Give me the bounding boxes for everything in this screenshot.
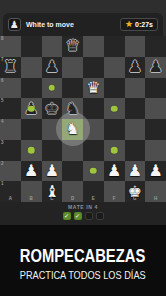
square-a5[interactable]: 5 (0, 98, 21, 119)
square-b5[interactable]: ♟ (21, 98, 42, 119)
square-f1[interactable]: F (104, 181, 125, 202)
square-g3[interactable] (125, 140, 146, 161)
white-pawn-icon: ♟ (10, 20, 19, 30)
black-knight-piece[interactable]: ♞ (62, 98, 83, 119)
square-d6[interactable] (62, 78, 83, 99)
square-e1[interactable]: E (83, 181, 104, 202)
square-f7[interactable] (104, 57, 125, 78)
square-a3[interactable]: 3 (0, 140, 21, 161)
ad-banner: ROMPECABEZAS PRACTICA TODOS LOS DÍAS (0, 225, 166, 296)
square-a7[interactable]: 7♜ (0, 57, 21, 78)
square-c1[interactable]: C♝ (42, 181, 63, 202)
square-g8[interactable] (125, 36, 146, 57)
puzzle-progress: ✓✓ (63, 212, 104, 220)
black-queen-piece[interactable]: ♛ (62, 36, 83, 57)
black-king-piece[interactable]: ♚ (42, 98, 63, 119)
square-f3[interactable] (104, 140, 125, 161)
chess-board[interactable]: 8♛7♜♟♟♟6♛5♟♚♞4♞32♟♟♟♟♟1ABC♝DEFG♚H (0, 36, 166, 202)
white-pawn-piece[interactable]: ♟ (104, 161, 125, 182)
square-a8[interactable]: 8 (0, 36, 21, 57)
mate-section: MATE IN 4 ✓✓ (0, 202, 166, 225)
turn-badge: ♟ (8, 18, 21, 31)
square-b1[interactable]: B (21, 181, 42, 202)
square-c7[interactable]: ♟ (42, 57, 63, 78)
star-icon: ★ (125, 20, 133, 29)
square-e8[interactable] (83, 36, 104, 57)
square-h2[interactable]: ♟ (145, 161, 166, 182)
square-g6[interactable] (125, 78, 146, 99)
square-b8[interactable] (21, 36, 42, 57)
file-label-h: H (154, 197, 157, 202)
square-d1[interactable]: D (62, 181, 83, 202)
square-e5[interactable] (83, 98, 104, 119)
square-f2[interactable]: ♟ (104, 161, 125, 182)
legal-move-dot-b3[interactable] (28, 147, 35, 154)
square-c5[interactable]: ♚ (42, 98, 63, 119)
square-c8[interactable] (42, 36, 63, 57)
white-pawn-piece[interactable]: ♟ (42, 161, 63, 182)
square-f6[interactable] (104, 78, 125, 99)
file-label-d: D (71, 197, 74, 202)
square-e7[interactable] (83, 57, 104, 78)
white-knight-piece[interactable]: ♞ (62, 119, 83, 140)
progress-check-empty (85, 212, 93, 220)
rank-label-8: 8 (1, 37, 4, 42)
square-h4[interactable] (145, 119, 166, 140)
square-c6[interactable] (42, 78, 63, 99)
puzzle-app-screen: ♟ White to move ★ 0:27s 8♛7♜♟♟♟6♛5♟♚♞4♞3… (0, 0, 166, 296)
legal-move-dot-f5[interactable] (111, 105, 118, 112)
square-b3[interactable] (21, 140, 42, 161)
square-h7[interactable]: ♟ (145, 57, 166, 78)
rank-label-1: 1 (1, 182, 4, 187)
white-pawn-piece[interactable]: ♟ (21, 161, 42, 182)
file-label-c: C (50, 197, 53, 202)
white-pawn-piece[interactable]: ♟ (125, 161, 146, 182)
square-b4[interactable] (21, 119, 42, 140)
square-g4[interactable] (125, 119, 146, 140)
square-g2[interactable]: ♟ (125, 161, 146, 182)
square-b7[interactable] (21, 57, 42, 78)
square-g7[interactable]: ♟ (125, 57, 146, 78)
legal-move-dot-c6[interactable] (49, 85, 56, 92)
square-c3[interactable] (42, 140, 63, 161)
square-e3[interactable] (83, 140, 104, 161)
timer-value: 0:27s (135, 21, 153, 28)
legal-move-dot-b5[interactable] (28, 105, 35, 112)
rank-label-2: 2 (1, 162, 4, 167)
black-pawn-piece[interactable]: ♟ (145, 57, 166, 78)
timer-badge: ★ 0:27s (120, 18, 158, 31)
square-d7[interactable] (62, 57, 83, 78)
square-h3[interactable] (145, 140, 166, 161)
progress-check-done: ✓ (63, 212, 71, 220)
black-pawn-piece[interactable]: ♟ (42, 57, 63, 78)
square-h8[interactable] (145, 36, 166, 57)
rank-label-5: 5 (1, 99, 4, 104)
file-label-b: B (30, 197, 33, 202)
square-e2[interactable] (83, 161, 104, 182)
white-queen-piece[interactable]: ♛ (83, 78, 104, 99)
square-f5[interactable] (104, 98, 125, 119)
progress-check-empty (96, 212, 104, 220)
banner-subtitle: PRACTICA TODOS LOS DÍAS (20, 270, 146, 282)
square-a4[interactable]: 4 (0, 119, 21, 140)
file-label-f: F (113, 197, 116, 202)
square-e6[interactable]: ♛ (83, 78, 104, 99)
square-h5[interactable] (145, 98, 166, 119)
top-strip: ♟ White to move ★ 0:27s (0, 0, 166, 36)
file-label-g: G (133, 197, 137, 202)
square-g1[interactable]: G♚ (125, 181, 146, 202)
square-b6[interactable] (21, 78, 42, 99)
square-a2[interactable]: 2 (0, 161, 21, 182)
turn-label: White to move (26, 21, 120, 28)
turn-bar: ♟ White to move ★ 0:27s (3, 13, 163, 36)
square-f4[interactable] (104, 119, 125, 140)
square-d5[interactable]: ♞ (62, 98, 83, 119)
square-d8[interactable]: ♛ (62, 36, 83, 57)
file-label-e: E (92, 197, 95, 202)
square-f8[interactable] (104, 36, 125, 57)
file-label-a: A (9, 197, 12, 202)
square-d4[interactable]: ♞ (62, 119, 83, 140)
square-d2[interactable] (62, 161, 83, 182)
rank-label-4: 4 (1, 120, 4, 125)
rank-label-7: 7 (1, 58, 4, 63)
progress-check-done: ✓ (74, 212, 82, 220)
white-pawn-piece[interactable]: ♟ (145, 161, 166, 182)
black-pawn-piece[interactable]: ♟ (125, 57, 146, 78)
square-b2[interactable]: ♟ (21, 161, 42, 182)
square-h1[interactable]: H (145, 181, 166, 202)
rank-label-3: 3 (1, 141, 4, 146)
legal-move-dot-e2[interactable] (90, 168, 97, 175)
square-a6[interactable]: 6 (0, 78, 21, 99)
square-g5[interactable] (125, 98, 146, 119)
square-h6[interactable] (145, 78, 166, 99)
mate-label: MATE IN 4 (68, 205, 98, 210)
square-a1[interactable]: 1A (0, 181, 21, 202)
square-c2[interactable]: ♟ (42, 161, 63, 182)
rank-label-6: 6 (1, 79, 4, 84)
banner-title: ROMPECABEZAS (20, 247, 145, 265)
legal-move-dot-f3[interactable] (111, 147, 118, 154)
